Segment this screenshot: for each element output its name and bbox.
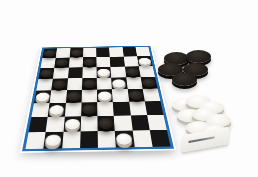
- board-square: [97, 116, 115, 131]
- board-square: [139, 66, 155, 77]
- black-checker: [43, 50, 56, 57]
- black-checker: [70, 49, 82, 56]
- board-square: [82, 78, 97, 90]
- board-square: [69, 48, 83, 58]
- board-square: [96, 57, 110, 67]
- info-card-fine-print: [188, 136, 215, 143]
- board-square: [69, 57, 83, 67]
- off-board-black-checker: [186, 50, 211, 63]
- board-square: [115, 131, 134, 148]
- white-checker: [112, 79, 126, 87]
- black-checker: [40, 69, 54, 77]
- board-square: [96, 48, 110, 58]
- board-square: [53, 68, 68, 79]
- black-checker: [67, 92, 81, 101]
- board-square: [81, 90, 97, 103]
- board-square: [44, 132, 64, 149]
- board-square: [36, 79, 53, 91]
- board-square: [147, 115, 167, 130]
- board-square: [48, 103, 66, 117]
- board-square: [46, 117, 65, 132]
- black-checker: [56, 59, 69, 66]
- white-checker: [97, 68, 110, 76]
- board-square: [83, 57, 97, 67]
- board-square: [56, 48, 70, 58]
- white-checker: [116, 133, 133, 145]
- board-square: [31, 103, 49, 117]
- board-square: [67, 78, 83, 90]
- black-checker: [98, 118, 113, 129]
- white-checker: [64, 119, 79, 130]
- board-square: [34, 90, 52, 103]
- board-square: [142, 88, 160, 101]
- black-checker: [53, 80, 67, 88]
- board-square: [81, 102, 98, 116]
- board-square: [97, 78, 112, 90]
- board-square: [135, 47, 150, 57]
- black-checker: [82, 104, 96, 114]
- board-square: [83, 48, 97, 58]
- board-square: [80, 116, 97, 131]
- board-square: [62, 131, 81, 148]
- black-checker: [83, 59, 95, 66]
- board-square: [137, 56, 153, 66]
- white-checker: [98, 91, 112, 100]
- board-square: [97, 67, 112, 78]
- board-square: [55, 58, 70, 68]
- board-square: [111, 67, 126, 78]
- board-square: [97, 102, 114, 116]
- black-checker: [142, 79, 157, 87]
- board-square: [140, 77, 157, 89]
- board-square: [68, 67, 83, 78]
- white-checker: [35, 92, 50, 101]
- white-checker: [45, 134, 62, 146]
- board-square: [51, 78, 67, 90]
- black-checker: [128, 91, 143, 100]
- board-square: [82, 67, 97, 78]
- board-square: [80, 131, 98, 148]
- board-square: [112, 89, 129, 102]
- white-checker: [138, 58, 151, 65]
- board-square: [111, 77, 127, 89]
- black-checker: [126, 68, 140, 76]
- board-square: [109, 47, 123, 57]
- board-square: [145, 101, 164, 115]
- checkers-mat: [22, 46, 174, 152]
- board-square: [98, 131, 116, 148]
- off-board-black-checker: [172, 73, 197, 86]
- board-square: [63, 116, 81, 131]
- board-square: [66, 90, 82, 103]
- white-checker: [49, 105, 64, 115]
- giant-checkers-product-photo: [0, 0, 258, 177]
- board-square: [38, 68, 54, 79]
- board-square: [64, 102, 81, 116]
- board-square: [29, 117, 48, 132]
- board-square: [114, 115, 132, 130]
- black-checker: [83, 80, 96, 88]
- board-square: [97, 89, 113, 102]
- board-square: [50, 90, 67, 103]
- board-square: [113, 102, 130, 116]
- board-square: [150, 130, 171, 147]
- board-square: [110, 57, 125, 67]
